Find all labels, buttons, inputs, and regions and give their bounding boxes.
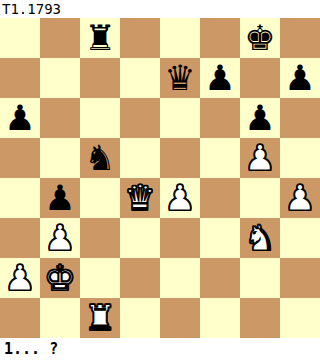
square-c4[interactable] (80, 178, 120, 218)
piece-white-rook: ♜ (84, 298, 115, 338)
square-e5[interactable] (160, 138, 200, 178)
square-b8[interactable] (40, 18, 80, 58)
piece-black-king: ♚ (244, 18, 275, 58)
square-d5[interactable] (120, 138, 160, 178)
square-g7[interactable] (240, 58, 280, 98)
square-b6[interactable] (40, 98, 80, 138)
piece-black-knight: ♞ (84, 138, 115, 178)
piece-black-pawn: ♟ (244, 98, 275, 138)
square-d3[interactable] (120, 218, 160, 258)
square-c1[interactable]: ♜ (80, 298, 120, 338)
square-b5[interactable] (40, 138, 80, 178)
square-h2[interactable] (280, 258, 320, 298)
piece-black-pawn: ♟ (4, 98, 35, 138)
piece-black-queen: ♛ (164, 58, 195, 98)
piece-white-king: ♚ (44, 258, 75, 298)
square-d7[interactable] (120, 58, 160, 98)
caption-bar: 1... ? (0, 338, 320, 360)
piece-white-queen: ♛ (124, 178, 155, 218)
square-d8[interactable] (120, 18, 160, 58)
square-g3[interactable]: ♞ (240, 218, 280, 258)
square-a8[interactable] (0, 18, 40, 58)
square-b3[interactable]: ♟ (40, 218, 80, 258)
square-e4[interactable]: ♟ (160, 178, 200, 218)
square-f1[interactable] (200, 298, 240, 338)
piece-black-pawn: ♟ (284, 58, 315, 98)
square-c8[interactable]: ♜ (80, 18, 120, 58)
square-e1[interactable] (160, 298, 200, 338)
square-f5[interactable] (200, 138, 240, 178)
square-b7[interactable] (40, 58, 80, 98)
piece-black-pawn: ♟ (44, 178, 75, 218)
piece-white-pawn: ♟ (164, 178, 195, 218)
square-h6[interactable] (280, 98, 320, 138)
square-c5[interactable]: ♞ (80, 138, 120, 178)
square-d1[interactable] (120, 298, 160, 338)
square-a2[interactable]: ♟ (0, 258, 40, 298)
square-d6[interactable] (120, 98, 160, 138)
square-a5[interactable] (0, 138, 40, 178)
square-g2[interactable] (240, 258, 280, 298)
title-bar: T1.1793 (0, 0, 320, 18)
square-h7[interactable]: ♟ (280, 58, 320, 98)
square-e6[interactable] (160, 98, 200, 138)
square-g4[interactable] (240, 178, 280, 218)
square-b2[interactable]: ♚ (40, 258, 80, 298)
square-f2[interactable] (200, 258, 240, 298)
piece-black-pawn: ♟ (204, 58, 235, 98)
square-g6[interactable]: ♟ (240, 98, 280, 138)
square-g5[interactable]: ♟ (240, 138, 280, 178)
square-g8[interactable]: ♚ (240, 18, 280, 58)
square-f7[interactable]: ♟ (200, 58, 240, 98)
square-d2[interactable] (120, 258, 160, 298)
puzzle-id: T1.1793 (2, 2, 61, 16)
square-h4[interactable]: ♟ (280, 178, 320, 218)
piece-white-knight: ♞ (244, 218, 275, 258)
move-prompt: 1... ? (4, 340, 58, 358)
square-a3[interactable] (0, 218, 40, 258)
square-a7[interactable] (0, 58, 40, 98)
square-a6[interactable]: ♟ (0, 98, 40, 138)
piece-white-pawn: ♟ (44, 218, 75, 258)
square-e3[interactable] (160, 218, 200, 258)
square-f6[interactable] (200, 98, 240, 138)
square-g1[interactable] (240, 298, 280, 338)
chess-board: ♜♚♛♟♟♟♟♞♟♟♛♟♟♟♞♟♚♜ (0, 18, 320, 338)
square-f3[interactable] (200, 218, 240, 258)
square-h8[interactable] (280, 18, 320, 58)
square-f4[interactable] (200, 178, 240, 218)
square-e8[interactable] (160, 18, 200, 58)
square-b4[interactable]: ♟ (40, 178, 80, 218)
piece-white-pawn: ♟ (284, 178, 315, 218)
square-c6[interactable] (80, 98, 120, 138)
piece-white-pawn: ♟ (4, 258, 35, 298)
square-c2[interactable] (80, 258, 120, 298)
square-b1[interactable] (40, 298, 80, 338)
square-d4[interactable]: ♛ (120, 178, 160, 218)
square-c3[interactable] (80, 218, 120, 258)
square-h5[interactable] (280, 138, 320, 178)
piece-white-pawn: ♟ (244, 138, 275, 178)
square-h3[interactable] (280, 218, 320, 258)
square-c7[interactable] (80, 58, 120, 98)
square-a1[interactable] (0, 298, 40, 338)
square-e7[interactable]: ♛ (160, 58, 200, 98)
piece-black-rook: ♜ (84, 18, 115, 58)
square-f8[interactable] (200, 18, 240, 58)
square-h1[interactable] (280, 298, 320, 338)
square-e2[interactable] (160, 258, 200, 298)
square-a4[interactable] (0, 178, 40, 218)
